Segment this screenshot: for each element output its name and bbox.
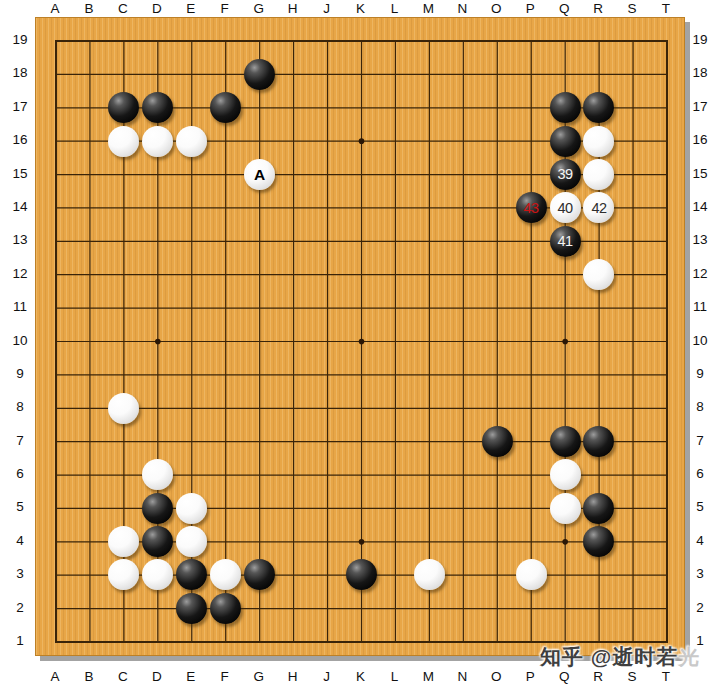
coord-bottom-d: D <box>143 669 171 685</box>
coord-right-6: 6 <box>686 466 714 482</box>
coord-right-1: 1 <box>686 633 714 649</box>
stone-white-f3[interactable] <box>210 559 241 590</box>
coord-left-2: 2 <box>6 600 34 616</box>
coord-right-9: 9 <box>686 366 714 382</box>
coord-top-f: F <box>211 1 239 17</box>
coord-right-14: 14 <box>686 199 714 215</box>
move-label-41: 41 <box>557 234 572 249</box>
watermark-main: 知乎 @逝时若 <box>540 645 678 668</box>
stone-black-q13[interactable]: 41 <box>550 226 581 257</box>
coord-right-11: 11 <box>686 299 714 315</box>
coord-top-a: A <box>41 1 69 17</box>
coord-left-4: 4 <box>6 533 34 549</box>
coord-left-17: 17 <box>6 99 34 115</box>
coord-bottom-l: L <box>380 669 408 685</box>
coord-top-b: B <box>75 1 103 17</box>
stone-white-e5[interactable] <box>176 493 207 524</box>
coord-left-3: 3 <box>6 566 34 582</box>
stone-black-e2[interactable] <box>176 593 207 624</box>
move-label-40: 40 <box>557 201 572 216</box>
stone-black-q7[interactable] <box>550 426 581 457</box>
stone-white-m3[interactable] <box>414 559 445 590</box>
coord-right-17: 17 <box>686 99 714 115</box>
stone-black-k3[interactable] <box>346 559 377 590</box>
stone-white-c3[interactable] <box>108 559 139 590</box>
stone-white-c16[interactable] <box>108 126 139 157</box>
stone-black-d17[interactable] <box>142 92 173 123</box>
coord-top-l: L <box>380 1 408 17</box>
stone-black-r4[interactable] <box>583 526 614 557</box>
coord-top-p: P <box>516 1 544 17</box>
coord-bottom-r: R <box>584 669 612 685</box>
coord-right-18: 18 <box>686 65 714 81</box>
coord-bottom-m: M <box>414 669 442 685</box>
stone-black-q16[interactable] <box>550 126 581 157</box>
coord-left-10: 10 <box>6 333 34 349</box>
coord-bottom-b: B <box>75 669 103 685</box>
stone-black-r7[interactable] <box>583 426 614 457</box>
watermark: 知乎 @逝时若光 <box>540 643 700 671</box>
stone-black-r5[interactable] <box>583 493 614 524</box>
coord-left-19: 19 <box>6 32 34 48</box>
coord-left-9: 9 <box>6 366 34 382</box>
coord-top-r: R <box>584 1 612 17</box>
stone-black-g3[interactable] <box>244 559 275 590</box>
coord-left-12: 12 <box>6 266 34 282</box>
stone-white-p3[interactable] <box>516 559 547 590</box>
stone-black-d5[interactable] <box>142 493 173 524</box>
coord-left-14: 14 <box>6 199 34 215</box>
stone-white-q14[interactable]: 40 <box>550 192 581 223</box>
move-label-39: 39 <box>557 167 572 182</box>
coord-left-8: 8 <box>6 399 34 415</box>
coord-top-k: K <box>346 1 374 17</box>
coord-top-e: E <box>177 1 205 17</box>
coord-top-m: M <box>414 1 442 17</box>
coord-top-c: C <box>109 1 137 17</box>
coord-bottom-p: P <box>516 669 544 685</box>
coord-top-j: J <box>313 1 341 17</box>
coord-right-3: 3 <box>686 566 714 582</box>
move-label-a: A <box>254 167 265 183</box>
stone-black-f2[interactable] <box>210 593 241 624</box>
go-board[interactable]: A3943404241 <box>35 17 685 656</box>
coord-right-15: 15 <box>686 166 714 182</box>
board-intersections[interactable]: A3943404241 <box>39 24 684 658</box>
stone-black-q15[interactable]: 39 <box>550 159 581 190</box>
move-label-42: 42 <box>591 201 606 216</box>
stone-white-e4[interactable] <box>176 526 207 557</box>
coord-bottom-a: A <box>41 669 69 685</box>
stone-white-d3[interactable] <box>142 559 173 590</box>
coord-bottom-q: Q <box>550 669 578 685</box>
coord-left-5: 5 <box>6 499 34 515</box>
coord-bottom-j: J <box>313 669 341 685</box>
coord-top-t: T <box>652 1 680 17</box>
stone-white-q6[interactable] <box>550 459 581 490</box>
stone-black-o7[interactable] <box>482 426 513 457</box>
stone-black-c17[interactable] <box>108 92 139 123</box>
coord-bottom-k: K <box>346 669 374 685</box>
coord-top-g: G <box>245 1 273 17</box>
coord-left-1: 1 <box>6 633 34 649</box>
coord-bottom-n: N <box>448 669 476 685</box>
coord-bottom-s: S <box>618 669 646 685</box>
stone-white-r12[interactable] <box>583 259 614 290</box>
coord-right-12: 12 <box>686 266 714 282</box>
coord-right-10: 10 <box>686 333 714 349</box>
coord-right-8: 8 <box>686 399 714 415</box>
coord-right-16: 16 <box>686 132 714 148</box>
stone-white-e16[interactable] <box>176 126 207 157</box>
stone-black-g18[interactable] <box>244 59 275 90</box>
stone-white-c8[interactable] <box>108 393 139 424</box>
coord-left-18: 18 <box>6 65 34 81</box>
coord-top-d: D <box>143 1 171 17</box>
coord-right-19: 19 <box>686 32 714 48</box>
coord-right-2: 2 <box>686 600 714 616</box>
coord-bottom-g: G <box>245 669 273 685</box>
coord-left-13: 13 <box>6 232 34 248</box>
coord-left-6: 6 <box>6 466 34 482</box>
stone-black-f17[interactable] <box>210 92 241 123</box>
coord-bottom-h: H <box>279 669 307 685</box>
stone-black-d4[interactable] <box>142 526 173 557</box>
coord-top-s: S <box>618 1 646 17</box>
coord-left-11: 11 <box>6 299 34 315</box>
coord-bottom-f: F <box>211 669 239 685</box>
stone-white-d16[interactable] <box>142 126 173 157</box>
stone-white-d6[interactable] <box>142 459 173 490</box>
stone-black-p14[interactable]: 43 <box>516 192 547 223</box>
coord-left-16: 16 <box>6 132 34 148</box>
coord-right-4: 4 <box>686 533 714 549</box>
coord-top-n: N <box>448 1 476 17</box>
stone-black-e3[interactable] <box>176 559 207 590</box>
stone-white-c4[interactable] <box>108 526 139 557</box>
coord-bottom-c: C <box>109 669 137 685</box>
coord-right-13: 13 <box>686 232 714 248</box>
go-diagram: A3943404241 知乎 @逝时若光 AABBCCDDEEFFGGHHJJK… <box>0 0 720 687</box>
coord-top-h: H <box>279 1 307 17</box>
coord-left-15: 15 <box>6 166 34 182</box>
coord-top-o: O <box>482 1 510 17</box>
coord-right-5: 5 <box>686 499 714 515</box>
stone-white-r16[interactable] <box>583 126 614 157</box>
coord-bottom-e: E <box>177 669 205 685</box>
stone-white-r14[interactable]: 42 <box>583 192 614 223</box>
stone-white-r15[interactable] <box>583 159 614 190</box>
stone-black-q17[interactable] <box>550 92 581 123</box>
coord-left-7: 7 <box>6 433 34 449</box>
coord-right-7: 7 <box>686 433 714 449</box>
move-label-43: 43 <box>524 201 539 216</box>
coord-top-q: Q <box>550 1 578 17</box>
stone-white-q5[interactable] <box>550 493 581 524</box>
stone-black-r17[interactable] <box>583 92 614 123</box>
stone-white-g15[interactable]: A <box>244 159 275 190</box>
coord-bottom-o: O <box>482 669 510 685</box>
coord-bottom-t: T <box>652 669 680 685</box>
